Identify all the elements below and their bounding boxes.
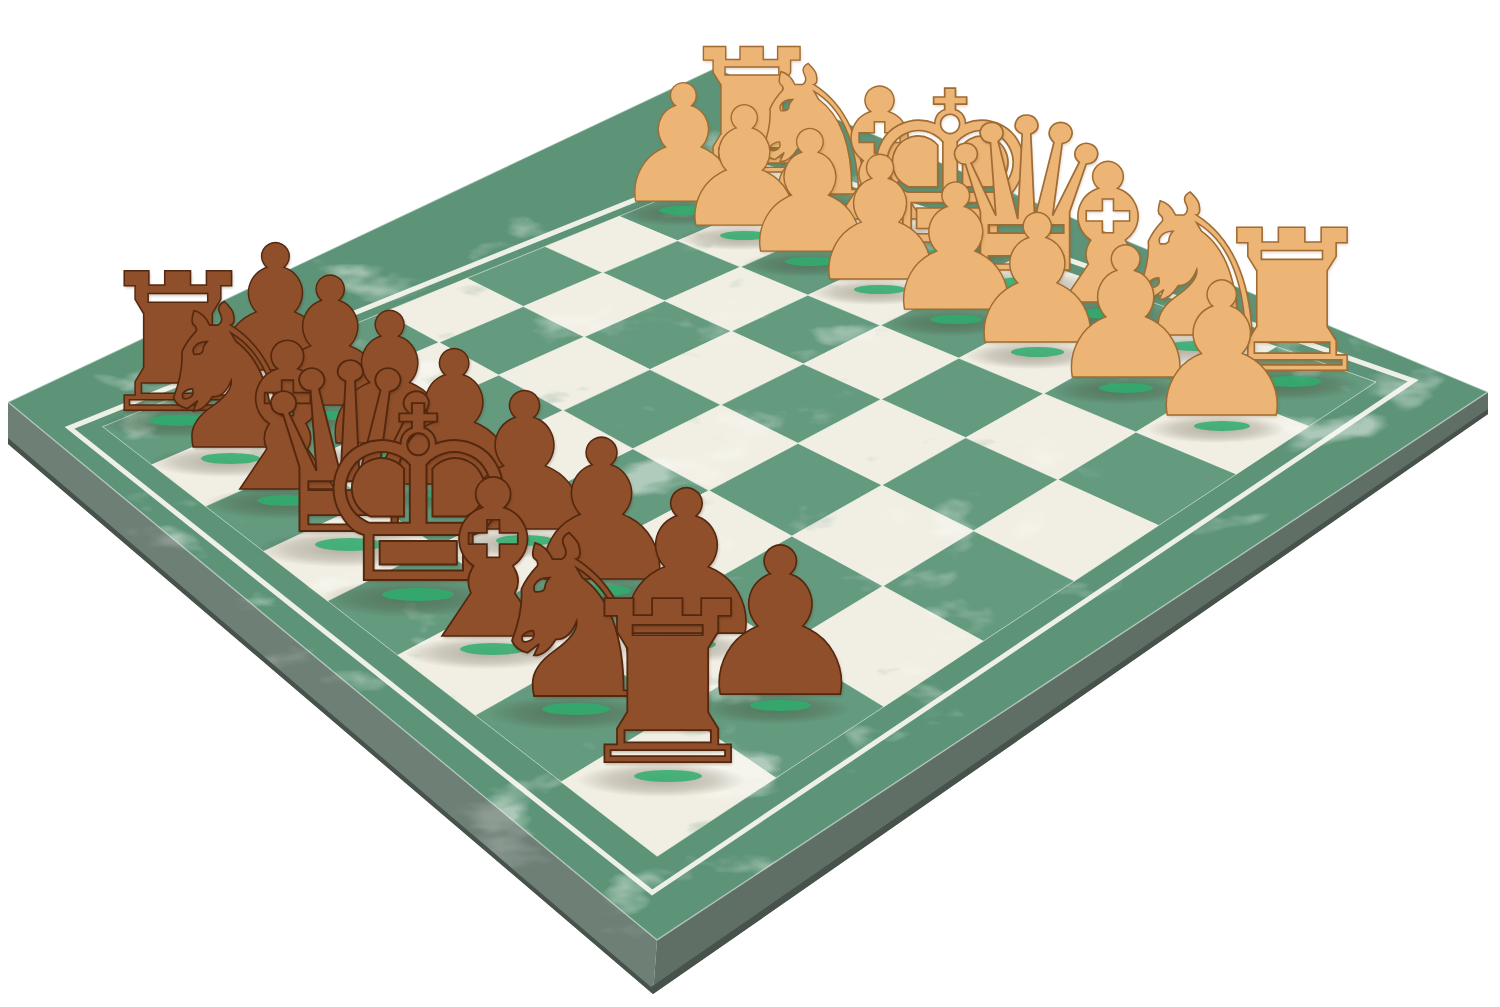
chess-set-photo: ♜♞♟♝♟♚♟♛♟♝♟♞♟♟♜♟♟♜♟♟♞♟♝♟♛♟♚♟♝♟♞♜: [0, 0, 1500, 1007]
rook-glyph: ♜: [556, 573, 781, 798]
pawn-glyph: ♟: [1129, 259, 1314, 444]
